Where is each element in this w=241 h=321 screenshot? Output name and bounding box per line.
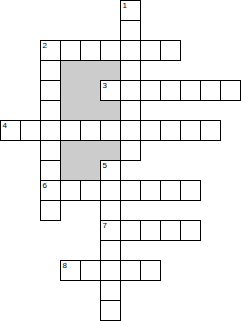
cell[interactable] bbox=[180, 120, 201, 141]
cell[interactable] bbox=[200, 120, 221, 141]
cell[interactable]: 1 bbox=[120, 0, 141, 21]
cell[interactable] bbox=[120, 140, 141, 161]
cell[interactable] bbox=[120, 260, 141, 281]
cell[interactable] bbox=[60, 180, 81, 201]
cell[interactable]: 6 bbox=[40, 180, 61, 201]
cell[interactable] bbox=[40, 100, 61, 121]
cell[interactable] bbox=[120, 40, 141, 61]
cell[interactable] bbox=[140, 220, 161, 241]
cell[interactable] bbox=[180, 180, 201, 201]
shaded-block bbox=[60, 100, 80, 120]
cell[interactable] bbox=[80, 40, 101, 61]
cell[interactable] bbox=[220, 80, 241, 101]
cell[interactable] bbox=[120, 120, 141, 141]
cell[interactable] bbox=[40, 140, 61, 161]
shaded-block bbox=[80, 60, 100, 80]
cell[interactable] bbox=[120, 100, 141, 121]
cell[interactable] bbox=[140, 260, 161, 281]
cell[interactable] bbox=[100, 280, 121, 301]
cell[interactable] bbox=[140, 120, 161, 141]
cell[interactable] bbox=[120, 60, 141, 81]
cell[interactable] bbox=[120, 220, 141, 241]
shaded-block bbox=[80, 80, 100, 100]
cell[interactable] bbox=[140, 40, 161, 61]
cell[interactable] bbox=[100, 180, 121, 201]
cell[interactable] bbox=[40, 60, 61, 81]
cell[interactable] bbox=[80, 260, 101, 281]
cell[interactable] bbox=[60, 120, 81, 141]
cell[interactable] bbox=[80, 180, 101, 201]
cell[interactable] bbox=[80, 120, 101, 141]
cell[interactable]: 3 bbox=[100, 80, 121, 101]
cell[interactable] bbox=[140, 80, 161, 101]
clue-number: 7 bbox=[103, 221, 107, 230]
shaded-block bbox=[60, 140, 80, 160]
cell[interactable] bbox=[40, 80, 61, 101]
cell[interactable] bbox=[100, 120, 121, 141]
clue-number: 4 bbox=[3, 121, 7, 130]
shaded-block bbox=[80, 140, 100, 160]
cell[interactable] bbox=[20, 120, 41, 141]
cell[interactable] bbox=[180, 220, 201, 241]
cell[interactable] bbox=[100, 300, 121, 321]
shaded-block bbox=[80, 100, 100, 120]
cell[interactable]: 4 bbox=[0, 120, 21, 141]
cell[interactable] bbox=[160, 180, 181, 201]
cell[interactable]: 8 bbox=[60, 260, 81, 281]
cell[interactable]: 2 bbox=[40, 40, 61, 61]
shaded-block bbox=[100, 100, 120, 120]
cell[interactable] bbox=[100, 40, 121, 61]
cell[interactable] bbox=[120, 180, 141, 201]
clue-number: 1 bbox=[123, 1, 127, 10]
clue-number: 8 bbox=[63, 261, 67, 270]
cell[interactable] bbox=[60, 40, 81, 61]
shaded-block bbox=[60, 80, 80, 100]
clue-number: 2 bbox=[43, 41, 47, 50]
cell[interactable] bbox=[100, 240, 121, 261]
cell[interactable] bbox=[120, 20, 141, 41]
cell[interactable]: 5 bbox=[100, 160, 121, 181]
cell[interactable] bbox=[40, 160, 61, 181]
cell[interactable] bbox=[160, 80, 181, 101]
shaded-block bbox=[60, 160, 80, 180]
shaded-block bbox=[100, 60, 120, 80]
cell[interactable] bbox=[140, 180, 161, 201]
cell[interactable] bbox=[160, 120, 181, 141]
shaded-block bbox=[100, 140, 120, 160]
shaded-block bbox=[80, 160, 100, 180]
cell[interactable]: 7 bbox=[100, 220, 121, 241]
cell[interactable] bbox=[40, 120, 61, 141]
clue-number: 5 bbox=[103, 161, 107, 170]
cell[interactable] bbox=[120, 80, 141, 101]
clue-number: 3 bbox=[103, 81, 107, 90]
cell[interactable] bbox=[160, 40, 181, 61]
clue-number: 6 bbox=[43, 181, 47, 190]
cell[interactable] bbox=[160, 220, 181, 241]
crossword-grid: 12345678 bbox=[0, 0, 241, 321]
cell[interactable] bbox=[200, 80, 221, 101]
cell[interactable] bbox=[100, 200, 121, 221]
shaded-block bbox=[60, 60, 80, 80]
cell[interactable] bbox=[40, 200, 61, 221]
cell[interactable] bbox=[100, 260, 121, 281]
cell[interactable] bbox=[180, 80, 201, 101]
